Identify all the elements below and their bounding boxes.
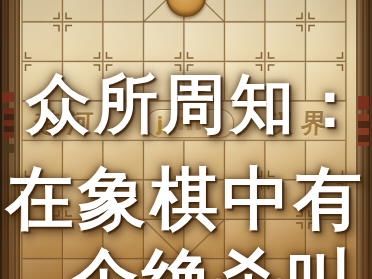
frame-ornament <box>3 144 14 153</box>
caption-line-3: 个绝杀叫 <box>70 246 358 279</box>
board-cell[interactable] <box>265 0 306 22</box>
frame-ornament <box>4 108 14 138</box>
board-cell[interactable] <box>63 0 104 22</box>
board-cell[interactable] <box>22 0 63 22</box>
board-cell[interactable] <box>225 0 266 22</box>
caption-line-1: 众所周知： <box>26 72 366 136</box>
board-cell[interactable] <box>184 22 225 62</box>
board-cell[interactable] <box>265 22 306 62</box>
video-frame: 楚河 汉界 j 众所周知： 在象棋中有 个绝杀叫 <box>0 0 372 279</box>
frame-ornament <box>2 92 14 102</box>
board-cell[interactable] <box>103 22 144 62</box>
board-cell[interactable] <box>144 22 185 62</box>
left-wood-frame <box>0 0 20 279</box>
board-cell[interactable] <box>103 0 144 22</box>
board-cell[interactable] <box>306 22 347 62</box>
board-cell[interactable] <box>306 0 347 22</box>
caption-line-2: 在象棋中有 <box>6 164 366 232</box>
board-cell[interactable] <box>22 259 63 279</box>
board-cell[interactable] <box>225 22 266 62</box>
board-cell[interactable] <box>63 22 104 62</box>
board-cell[interactable] <box>22 22 63 62</box>
